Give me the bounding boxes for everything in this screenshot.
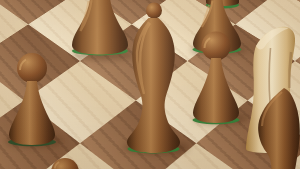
black-pawn-center[interactable] <box>190 30 242 130</box>
black-bishop-front[interactable] <box>252 82 300 169</box>
black-pawn-bottom[interactable] <box>48 153 82 169</box>
black-pawn-left[interactable] <box>4 52 60 152</box>
black-king[interactable] <box>120 0 186 156</box>
chessboard-photo-scene <box>0 0 300 169</box>
